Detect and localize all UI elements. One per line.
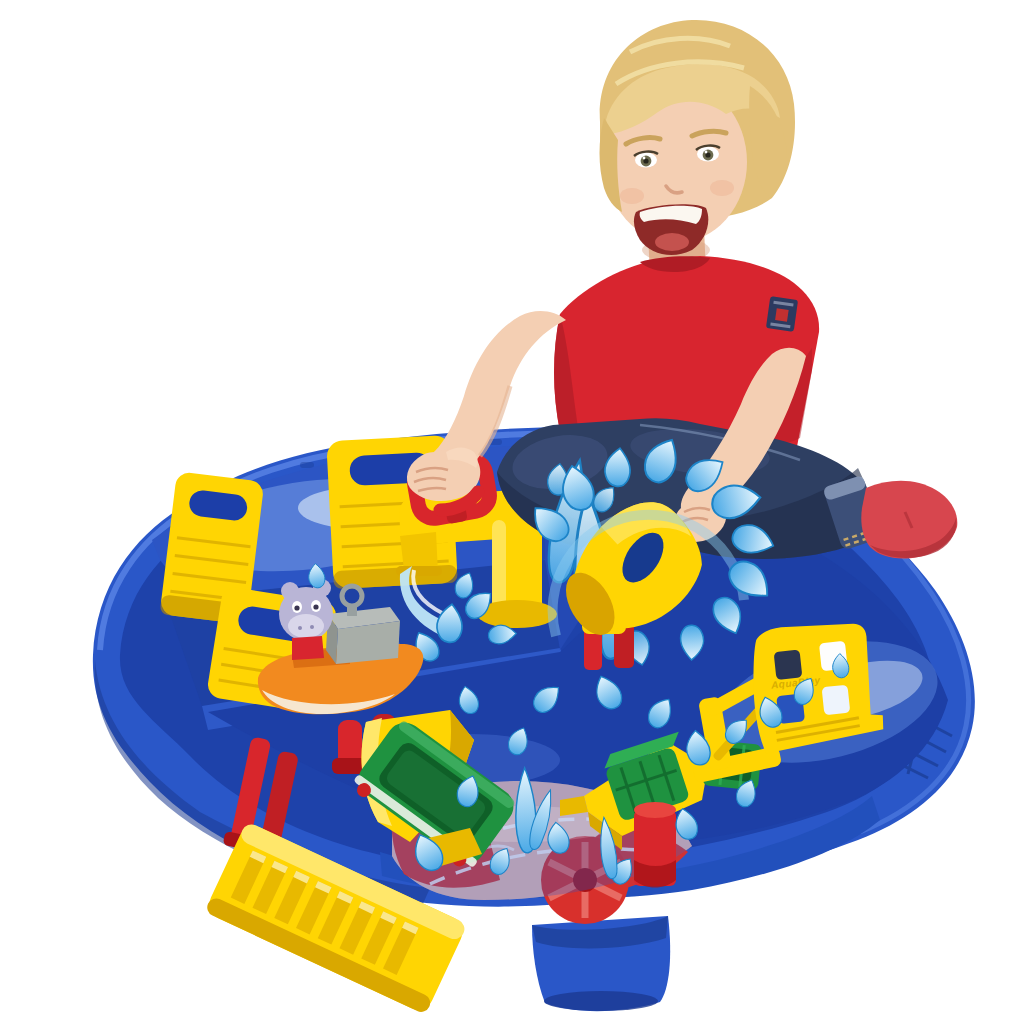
scene-illustration: AquaPlay	[0, 0, 1024, 1024]
harbor-pillar	[634, 802, 676, 888]
product-photo: AquaPlay	[0, 0, 1024, 1024]
sleeve-patch	[766, 296, 798, 332]
case-foot	[532, 916, 670, 1011]
